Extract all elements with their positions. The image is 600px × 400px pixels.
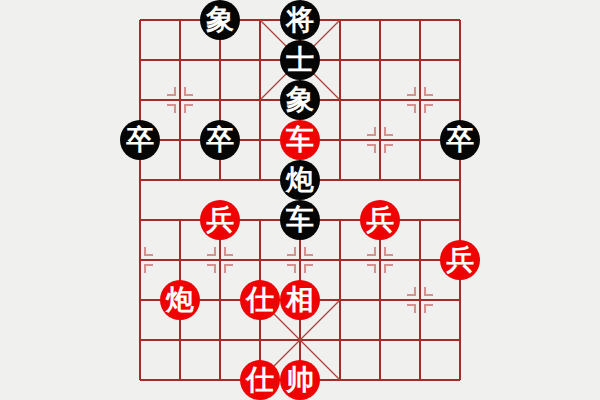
red-general[interactable]: 帅	[280, 360, 320, 400]
piece-label: 卒	[126, 126, 154, 154]
piece-label: 帅	[286, 366, 314, 394]
black-elephant[interactable]: 象	[280, 80, 320, 120]
red-advisor[interactable]: 仕	[240, 360, 280, 400]
black-soldier[interactable]: 卒	[120, 120, 160, 160]
piece-label: 仕	[246, 366, 274, 394]
red-soldier[interactable]: 兵	[440, 240, 480, 280]
piece-label: 车	[286, 206, 314, 234]
piece-label: 炮	[166, 286, 194, 314]
black-general[interactable]: 将	[280, 0, 320, 40]
piece-label: 兵	[446, 246, 474, 274]
piece-label: 象	[286, 86, 314, 114]
piece-label: 卒	[446, 126, 474, 154]
piece-label: 象	[206, 6, 234, 34]
black-advisor[interactable]: 士	[280, 40, 320, 80]
black-soldier[interactable]: 卒	[200, 120, 240, 160]
board-pieces: 象将士象卒卒车卒炮兵车兵兵炮仕相仕帅	[120, 0, 480, 400]
piece-label: 卒	[206, 126, 234, 154]
red-elephant[interactable]: 相	[280, 280, 320, 320]
stage: 象将士象卒卒车卒炮兵车兵兵炮仕相仕帅	[0, 0, 600, 400]
piece-label: 仕	[246, 286, 274, 314]
piece-label: 车	[286, 126, 314, 154]
red-cannon[interactable]: 炮	[160, 280, 200, 320]
red-soldier[interactable]: 兵	[200, 200, 240, 240]
black-soldier[interactable]: 卒	[440, 120, 480, 160]
piece-label: 士	[286, 46, 314, 74]
piece-label: 相	[286, 286, 314, 314]
black-chariot[interactable]: 车	[280, 200, 320, 240]
red-advisor[interactable]: 仕	[240, 280, 280, 320]
red-soldier[interactable]: 兵	[360, 200, 400, 240]
piece-label: 将	[286, 6, 314, 34]
black-cannon[interactable]: 炮	[280, 160, 320, 200]
red-chariot[interactable]: 车	[280, 120, 320, 160]
black-elephant[interactable]: 象	[200, 0, 240, 40]
piece-label: 兵	[366, 206, 394, 234]
piece-label: 兵	[206, 206, 234, 234]
piece-label: 炮	[286, 166, 314, 194]
